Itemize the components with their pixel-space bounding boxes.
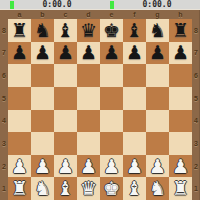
square-d5[interactable] — [77, 87, 100, 110]
square-e1[interactable]: ♚ — [100, 177, 123, 200]
square-c3[interactable] — [54, 132, 77, 155]
square-h5[interactable] — [169, 87, 192, 110]
square-d2[interactable]: ♟ — [77, 155, 100, 178]
square-f4[interactable] — [123, 110, 146, 133]
square-d7[interactable]: ♟ — [77, 42, 100, 65]
square-b1[interactable]: ♞ — [31, 177, 54, 200]
piece-white-pawn[interactable]: ♟ — [103, 157, 120, 176]
clock-right-time: 0:00.0 — [114, 0, 200, 10]
square-e5[interactable] — [100, 87, 123, 110]
square-a1[interactable]: ♜ — [8, 177, 31, 200]
square-e3[interactable] — [100, 132, 123, 155]
board-frame: abcdefgh 87654321 ♜♞♝♛♚♝♞♜♟♟♟♟♟♟♟♟♟♟♟♟♟♟… — [0, 10, 200, 200]
piece-black-queen[interactable]: ♛ — [80, 21, 97, 40]
square-f6[interactable] — [123, 64, 146, 87]
rank-label-4: 4 — [0, 110, 8, 133]
square-d1[interactable]: ♛ — [77, 177, 100, 200]
square-h7[interactable]: ♟ — [169, 42, 192, 65]
square-h8[interactable]: ♜ — [169, 19, 192, 42]
clock-right: 0:00.0 — [100, 0, 200, 10]
rank-label-3: 3 — [192, 132, 200, 155]
square-d3[interactable] — [77, 132, 100, 155]
rank-label-5: 5 — [0, 87, 8, 110]
square-e6[interactable] — [100, 64, 123, 87]
file-labels: abcdefgh — [8, 10, 192, 19]
piece-black-knight[interactable]: ♞ — [34, 21, 51, 40]
square-b6[interactable] — [31, 64, 54, 87]
rank-label-5: 5 — [192, 87, 200, 110]
chess-board[interactable]: ♜♞♝♛♚♝♞♜♟♟♟♟♟♟♟♟♟♟♟♟♟♟♟♟♜♞♝♛♚♝♞♜ — [8, 19, 192, 200]
square-a4[interactable] — [8, 110, 31, 133]
board-body: 87654321 ♜♞♝♛♚♝♞♜♟♟♟♟♟♟♟♟♟♟♟♟♟♟♟♟♜♞♝♛♚♝♞… — [0, 19, 200, 200]
square-d8[interactable]: ♛ — [77, 19, 100, 42]
square-c7[interactable]: ♟ — [54, 42, 77, 65]
square-g6[interactable] — [146, 64, 169, 87]
square-c8[interactable]: ♝ — [54, 19, 77, 42]
square-a6[interactable] — [8, 64, 31, 87]
square-a3[interactable] — [8, 132, 31, 155]
piece-white-pawn[interactable]: ♟ — [80, 157, 97, 176]
square-e4[interactable] — [100, 110, 123, 133]
square-b2[interactable]: ♟ — [31, 155, 54, 178]
piece-black-knight[interactable]: ♞ — [149, 21, 166, 40]
square-f1[interactable]: ♝ — [123, 177, 146, 200]
piece-black-pawn[interactable]: ♟ — [11, 43, 28, 62]
square-g4[interactable] — [146, 110, 169, 133]
piece-white-queen[interactable]: ♛ — [80, 179, 97, 198]
piece-white-pawn[interactable]: ♟ — [126, 157, 143, 176]
piece-black-king[interactable]: ♚ — [103, 21, 120, 40]
rank-label-8: 8 — [192, 19, 200, 42]
file-label-a: a — [8, 10, 31, 19]
rank-label-6: 6 — [0, 64, 8, 87]
piece-white-pawn[interactable]: ♟ — [149, 157, 166, 176]
file-label-d: d — [77, 10, 100, 19]
square-g2[interactable]: ♟ — [146, 155, 169, 178]
square-h6[interactable] — [169, 64, 192, 87]
square-a5[interactable] — [8, 87, 31, 110]
square-h3[interactable] — [169, 132, 192, 155]
rank-label-7: 7 — [192, 42, 200, 65]
square-h4[interactable] — [169, 110, 192, 133]
square-b5[interactable] — [31, 87, 54, 110]
square-f7[interactable]: ♟ — [123, 42, 146, 65]
rank-labels-right: 87654321 — [192, 19, 200, 200]
square-f3[interactable] — [123, 132, 146, 155]
piece-black-pawn[interactable]: ♟ — [149, 43, 166, 62]
piece-black-bishop[interactable]: ♝ — [57, 21, 74, 40]
rank-label-8: 8 — [0, 19, 8, 42]
square-f8[interactable]: ♝ — [123, 19, 146, 42]
piece-black-pawn[interactable]: ♟ — [103, 43, 120, 62]
file-label-h: h — [169, 10, 192, 19]
square-f5[interactable] — [123, 87, 146, 110]
file-label-b: b — [31, 10, 54, 19]
square-c6[interactable] — [54, 64, 77, 87]
piece-white-king[interactable]: ♚ — [103, 179, 120, 198]
square-c1[interactable]: ♝ — [54, 177, 77, 200]
square-b7[interactable]: ♟ — [31, 42, 54, 65]
piece-black-pawn[interactable]: ♟ — [34, 43, 51, 62]
rank-label-1: 1 — [192, 177, 200, 200]
square-b3[interactable] — [31, 132, 54, 155]
square-d4[interactable] — [77, 110, 100, 133]
piece-black-pawn[interactable]: ♟ — [172, 43, 189, 62]
square-a8[interactable]: ♜ — [8, 19, 31, 42]
piece-white-knight[interactable]: ♞ — [149, 179, 166, 198]
square-e2[interactable]: ♟ — [100, 155, 123, 178]
square-a2[interactable]: ♟ — [8, 155, 31, 178]
file-label-c: c — [54, 10, 77, 19]
piece-white-pawn[interactable]: ♟ — [11, 157, 28, 176]
square-c4[interactable] — [54, 110, 77, 133]
piece-black-bishop[interactable]: ♝ — [126, 21, 143, 40]
clock-bar: 0:00.0 0:00.0 — [0, 0, 200, 10]
square-g1[interactable]: ♞ — [146, 177, 169, 200]
square-h2[interactable]: ♟ — [169, 155, 192, 178]
piece-white-pawn[interactable]: ♟ — [172, 157, 189, 176]
rank-label-4: 4 — [192, 110, 200, 133]
piece-black-rook[interactable]: ♜ — [11, 21, 28, 40]
piece-black-pawn[interactable]: ♟ — [126, 43, 143, 62]
piece-black-pawn[interactable]: ♟ — [80, 43, 97, 62]
square-g7[interactable]: ♟ — [146, 42, 169, 65]
file-label-e: e — [100, 10, 123, 19]
clock-left: 0:00.0 — [0, 0, 100, 10]
file-label-g: g — [146, 10, 169, 19]
piece-black-pawn[interactable]: ♟ — [57, 43, 74, 62]
piece-white-pawn[interactable]: ♟ — [57, 157, 74, 176]
piece-white-bishop[interactable]: ♝ — [126, 179, 143, 198]
piece-white-rook[interactable]: ♜ — [172, 179, 189, 198]
square-g3[interactable] — [146, 132, 169, 155]
square-d6[interactable] — [77, 64, 100, 87]
piece-white-rook[interactable]: ♜ — [11, 179, 28, 198]
square-f2[interactable]: ♟ — [123, 155, 146, 178]
square-a7[interactable]: ♟ — [8, 42, 31, 65]
rank-label-1: 1 — [0, 177, 8, 200]
rank-labels-left: 87654321 — [0, 19, 8, 200]
square-c2[interactable]: ♟ — [54, 155, 77, 178]
rank-label-3: 3 — [0, 132, 8, 155]
rank-label-2: 2 — [0, 155, 8, 178]
piece-white-knight[interactable]: ♞ — [34, 179, 51, 198]
rank-label-7: 7 — [0, 42, 8, 65]
square-b4[interactable] — [31, 110, 54, 133]
rank-label-6: 6 — [192, 64, 200, 87]
square-e7[interactable]: ♟ — [100, 42, 123, 65]
piece-white-bishop[interactable]: ♝ — [57, 179, 74, 198]
piece-black-rook[interactable]: ♜ — [172, 21, 189, 40]
square-e8[interactable]: ♚ — [100, 19, 123, 42]
file-label-f: f — [123, 10, 146, 19]
rank-label-2: 2 — [192, 155, 200, 178]
square-h1[interactable]: ♜ — [169, 177, 192, 200]
square-c5[interactable] — [54, 87, 77, 110]
clock-left-time: 0:00.0 — [14, 0, 100, 10]
piece-white-pawn[interactable]: ♟ — [34, 157, 51, 176]
square-g5[interactable] — [146, 87, 169, 110]
square-g8[interactable]: ♞ — [146, 19, 169, 42]
square-b8[interactable]: ♞ — [31, 19, 54, 42]
chess-app: 0:00.0 0:00.0 abcdefgh 87654321 ♜♞♝♛♚♝♞♜… — [0, 0, 200, 200]
